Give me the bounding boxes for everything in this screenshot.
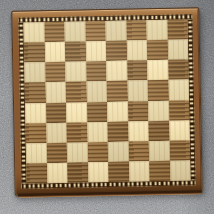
square-h2[interactable] (169, 140, 190, 161)
square-h7[interactable] (167, 40, 188, 61)
square-g2[interactable] (149, 141, 170, 162)
square-a2[interactable] (26, 143, 47, 164)
square-e6[interactable] (106, 61, 127, 82)
square-h5[interactable] (168, 80, 189, 101)
square-h3[interactable] (169, 120, 190, 141)
square-g6[interactable] (147, 60, 168, 81)
square-d8[interactable] (85, 21, 106, 42)
square-a4[interactable] (25, 103, 46, 124)
square-g1[interactable] (149, 161, 170, 182)
square-h4[interactable] (168, 100, 189, 121)
square-b5[interactable] (45, 82, 66, 103)
square-f5[interactable] (127, 81, 148, 102)
square-g5[interactable] (148, 80, 169, 101)
square-g3[interactable] (148, 120, 169, 141)
square-d5[interactable] (86, 81, 107, 102)
square-c6[interactable] (65, 62, 86, 83)
square-b2[interactable] (46, 143, 67, 164)
square-a1[interactable] (26, 163, 47, 184)
square-f7[interactable] (126, 40, 147, 61)
square-d4[interactable] (87, 102, 108, 123)
square-h1[interactable] (170, 160, 191, 181)
square-d1[interactable] (88, 162, 109, 183)
square-c1[interactable] (67, 162, 88, 183)
square-e5[interactable] (107, 81, 128, 102)
square-f8[interactable] (126, 20, 147, 41)
square-b8[interactable] (44, 22, 65, 43)
board-inner-panel (18, 14, 195, 188)
square-c2[interactable] (67, 142, 88, 163)
square-c7[interactable] (65, 42, 86, 63)
square-b6[interactable] (45, 62, 66, 83)
square-a6[interactable] (24, 62, 45, 83)
square-a8[interactable] (23, 22, 44, 43)
square-b4[interactable] (46, 102, 67, 123)
square-c8[interactable] (64, 21, 85, 42)
square-f2[interactable] (128, 141, 149, 162)
square-g4[interactable] (148, 100, 169, 121)
board-grid (23, 19, 190, 183)
square-a3[interactable] (25, 123, 46, 144)
square-b1[interactable] (47, 163, 68, 184)
square-f1[interactable] (129, 161, 150, 182)
square-e1[interactable] (108, 161, 129, 182)
square-c3[interactable] (66, 122, 87, 143)
chess-board (11, 7, 203, 196)
square-f3[interactable] (128, 121, 149, 142)
square-d6[interactable] (86, 61, 107, 82)
square-e7[interactable] (106, 41, 127, 62)
square-d2[interactable] (87, 142, 108, 163)
square-d7[interactable] (85, 41, 106, 62)
square-h8[interactable] (167, 19, 188, 40)
square-f6[interactable] (127, 60, 148, 81)
square-f4[interactable] (127, 101, 148, 122)
square-e2[interactable] (108, 141, 129, 162)
square-e4[interactable] (107, 101, 128, 122)
square-c4[interactable] (66, 102, 87, 123)
square-h6[interactable] (168, 60, 189, 81)
square-d3[interactable] (87, 122, 108, 143)
square-g8[interactable] (146, 20, 167, 41)
square-g7[interactable] (147, 40, 168, 61)
square-e3[interactable] (107, 121, 128, 142)
square-a7[interactable] (24, 42, 45, 63)
square-e8[interactable] (105, 21, 126, 42)
square-b7[interactable] (44, 42, 65, 63)
square-b3[interactable] (46, 122, 67, 143)
square-c5[interactable] (66, 82, 87, 103)
square-a5[interactable] (25, 83, 46, 104)
scene (0, 0, 214, 214)
